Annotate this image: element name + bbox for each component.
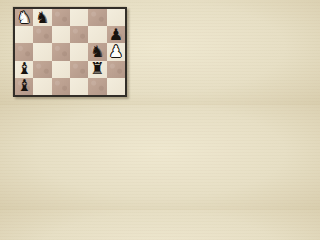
black-rook-piece: ♜	[90, 61, 104, 77]
square-r4-c2[interactable]	[33, 61, 51, 78]
square-r2-c4[interactable]	[70, 26, 88, 43]
square-r1-c3[interactable]	[52, 9, 70, 26]
square-r5-c2[interactable]	[33, 78, 51, 95]
square-r3-c5[interactable]: ♞	[88, 43, 106, 60]
square-r4-c5[interactable]: ♜	[88, 61, 106, 78]
square-r3-c3[interactable]	[52, 43, 70, 60]
square-r3-c4[interactable]	[70, 43, 88, 60]
square-r2-c3[interactable]	[52, 26, 70, 43]
square-r2-c2[interactable]	[33, 26, 51, 43]
square-r2-c6[interactable]: ♟	[107, 26, 125, 43]
square-r3-c1[interactable]	[15, 43, 33, 60]
white-knight-piece: ♞	[17, 9, 31, 25]
square-r5-c6[interactable]	[107, 78, 125, 95]
square-r1-c5[interactable]	[88, 9, 106, 26]
square-r2-c1[interactable]	[15, 26, 33, 43]
square-r4-c4[interactable]	[70, 61, 88, 78]
square-r3-c6[interactable]: ♟	[107, 43, 125, 60]
black-bishop-piece: ♝	[17, 78, 31, 94]
black-bishop-piece: ♝	[17, 61, 31, 77]
black-knight-piece: ♞	[35, 9, 49, 25]
square-r5-c5[interactable]	[88, 78, 106, 95]
square-r3-c2[interactable]	[33, 43, 51, 60]
square-r1-c6[interactable]	[107, 9, 125, 26]
square-r1-c2[interactable]: ♞	[33, 9, 51, 26]
square-r1-c1[interactable]: ♞	[15, 9, 33, 26]
square-r5-c1[interactable]: ♝	[15, 78, 33, 95]
white-pawn-piece: ♟	[109, 43, 123, 59]
square-r4-c1[interactable]: ♝	[15, 61, 33, 78]
square-r5-c4[interactable]	[70, 78, 88, 95]
square-r5-c3[interactable]	[52, 78, 70, 95]
square-r4-c6[interactable]	[107, 61, 125, 78]
square-r1-c4[interactable]	[70, 9, 88, 26]
black-pawn-piece: ♟	[109, 26, 123, 42]
square-r2-c5[interactable]	[88, 26, 106, 43]
page-background: { "game": "chess", "view": "cropped diag…	[0, 0, 140, 105]
chess-board: ♞♞♟♞♟♝♜♝	[13, 7, 127, 97]
square-r4-c3[interactable]	[52, 61, 70, 78]
black-knight-piece: ♞	[90, 43, 104, 59]
